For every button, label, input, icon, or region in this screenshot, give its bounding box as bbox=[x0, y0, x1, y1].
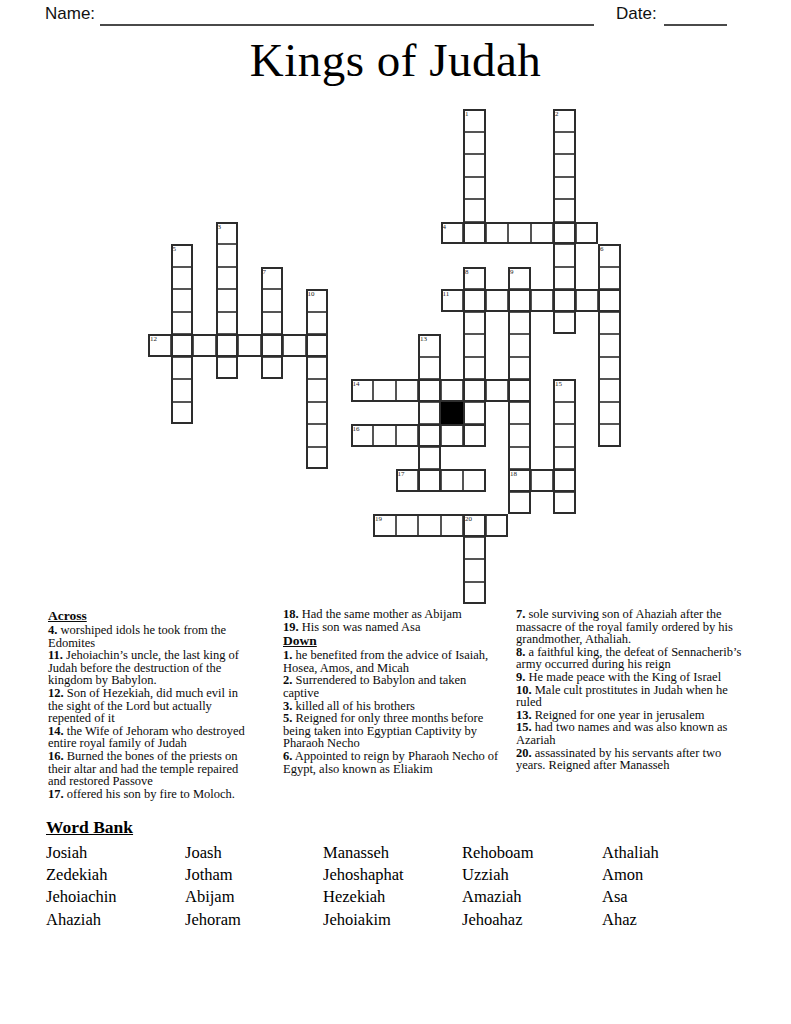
clue-num-label: 19. bbox=[283, 620, 299, 634]
grid-cell[interactable] bbox=[418, 424, 441, 447]
word-bank-item: Jehoahaz bbox=[462, 909, 602, 931]
grid-cell[interactable] bbox=[396, 379, 419, 402]
clue-num-label: 2. bbox=[283, 673, 292, 687]
word-bank-heading: Word Bank bbox=[46, 817, 133, 838]
grid-cell[interactable] bbox=[306, 424, 329, 447]
clue-across-18: 18. Had the same mother as Abijam bbox=[283, 608, 499, 621]
clue-down-9: 9. He made peace with the King of Israel bbox=[516, 671, 746, 684]
grid-cell[interactable] bbox=[441, 379, 464, 402]
clue-num-label: 7. bbox=[516, 607, 525, 621]
clue-column-3: 7. sole surviving son of Ahaziah after t… bbox=[516, 608, 746, 772]
clue-num-label: 5. bbox=[283, 711, 292, 725]
date-label: Date: bbox=[616, 4, 657, 24]
grid-cell[interactable] bbox=[508, 379, 531, 402]
grid-cell[interactable] bbox=[441, 424, 464, 447]
grid-cell[interactable] bbox=[553, 109, 576, 132]
grid-cell[interactable] bbox=[261, 357, 284, 380]
grid-cell[interactable] bbox=[508, 289, 531, 312]
grid-cell[interactable] bbox=[553, 312, 576, 335]
grid-cell[interactable] bbox=[193, 334, 216, 357]
grid-cell[interactable] bbox=[486, 514, 509, 537]
word-bank-item: Asa bbox=[602, 886, 766, 908]
grid-cell[interactable] bbox=[598, 334, 621, 357]
grid-cell[interactable] bbox=[306, 357, 329, 380]
grid-cell[interactable] bbox=[216, 244, 239, 267]
grid-cell[interactable] bbox=[598, 289, 621, 312]
grid-cell[interactable] bbox=[261, 289, 284, 312]
grid-cell[interactable] bbox=[576, 222, 599, 245]
clue-down-7: 7. sole surviving son of Ahaziah after t… bbox=[516, 608, 746, 646]
crossword-grid: 1234567891011121314151617181920 bbox=[148, 109, 621, 605]
grid-cell[interactable] bbox=[553, 379, 576, 402]
grid-cell[interactable] bbox=[418, 334, 441, 357]
grid-cell[interactable] bbox=[531, 222, 554, 245]
grid-cell[interactable] bbox=[216, 222, 239, 245]
clue-across-12: 12. Son of Hezekiah, did much evil in th… bbox=[48, 687, 256, 725]
grid-cell[interactable] bbox=[463, 199, 486, 222]
grid-cell[interactable] bbox=[598, 424, 621, 447]
grid-cell[interactable] bbox=[553, 244, 576, 267]
grid-cell[interactable] bbox=[418, 514, 441, 537]
word-bank-item: Amaziah bbox=[462, 886, 602, 908]
clue-down-10: 10. Male cult prostitutes in Judah when … bbox=[516, 684, 746, 709]
grid-cell[interactable] bbox=[508, 334, 531, 357]
word-bank-item: Jehoram bbox=[185, 909, 323, 931]
grid-cell[interactable] bbox=[171, 334, 194, 357]
grid-cell[interactable] bbox=[441, 289, 464, 312]
grid-cell[interactable] bbox=[598, 379, 621, 402]
grid-cell[interactable] bbox=[306, 402, 329, 425]
grid-cell[interactable] bbox=[418, 469, 441, 492]
grid-cell[interactable] bbox=[463, 357, 486, 380]
clue-num-label: 16. bbox=[48, 749, 64, 763]
grid-cell[interactable] bbox=[216, 267, 239, 290]
grid-cell[interactable] bbox=[351, 424, 374, 447]
grid-cell[interactable] bbox=[508, 357, 531, 380]
clue-across-16: 16. Burned the bones of the priests on t… bbox=[48, 750, 256, 788]
clue-across-14: 14. the Wife of Jehoram who destroyed en… bbox=[48, 725, 256, 750]
grid-cell[interactable] bbox=[553, 199, 576, 222]
grid-cell[interactable] bbox=[373, 514, 396, 537]
clue-down-8: 8. a faithful king, the defeat of Sennac… bbox=[516, 646, 746, 671]
clue-column-2: 18. Had the same mother as Abijam19. His… bbox=[283, 608, 499, 775]
grid-cell[interactable] bbox=[553, 469, 576, 492]
name-field[interactable] bbox=[100, 7, 594, 26]
word-bank-item: Jehoiachin bbox=[46, 886, 185, 908]
grid-cell[interactable] bbox=[598, 402, 621, 425]
grid-cell[interactable] bbox=[531, 469, 554, 492]
grid-cell[interactable] bbox=[306, 379, 329, 402]
grid-cell[interactable] bbox=[463, 154, 486, 177]
word-bank-item: Rehoboam bbox=[462, 842, 602, 864]
grid-cell[interactable] bbox=[441, 469, 464, 492]
grid-cell[interactable] bbox=[553, 492, 576, 515]
grid-cell[interactable] bbox=[508, 492, 531, 515]
clue-down-2: 2. Surrendered to Babylon and taken capt… bbox=[283, 674, 499, 699]
across-heading: Across bbox=[48, 608, 256, 624]
grid-cell[interactable] bbox=[396, 469, 419, 492]
grid-cell[interactable] bbox=[463, 402, 486, 425]
grid-cell[interactable] bbox=[216, 312, 239, 335]
word-bank-item: Josiah bbox=[46, 842, 185, 864]
grid-cell[interactable] bbox=[216, 289, 239, 312]
grid-cell[interactable] bbox=[171, 402, 194, 425]
grid-cell[interactable] bbox=[463, 582, 486, 605]
grid-cell[interactable] bbox=[463, 379, 486, 402]
clue-num-label: 11. bbox=[48, 648, 63, 662]
grid-cell[interactable] bbox=[418, 402, 441, 425]
clue-across-4: 4. worshiped idols he took from the Edom… bbox=[48, 624, 256, 649]
grid-cell[interactable] bbox=[148, 334, 171, 357]
grid-cell[interactable] bbox=[396, 424, 419, 447]
clue-across-19: 19. His son was named Asa bbox=[283, 621, 499, 634]
grid-cell[interactable] bbox=[351, 379, 374, 402]
clue-across-17: 17. offered his son by fire to Moloch. bbox=[48, 788, 256, 801]
clue-num-label: 15. bbox=[516, 720, 532, 734]
grid-cell[interactable] bbox=[418, 447, 441, 470]
word-bank-item: Manasseh bbox=[323, 842, 462, 864]
clue-down-6: 6. Appointed to reign by Pharaoh Necho o… bbox=[283, 750, 499, 775]
grid-cell[interactable] bbox=[553, 289, 576, 312]
grid-cell[interactable] bbox=[553, 267, 576, 290]
word-bank-item: Joash bbox=[185, 842, 323, 864]
grid-cell[interactable] bbox=[441, 222, 464, 245]
grid-cell[interactable] bbox=[463, 537, 486, 560]
date-field[interactable] bbox=[664, 7, 727, 26]
word-bank-item: Jotham bbox=[185, 864, 323, 886]
page-title: Kings of Judah bbox=[0, 33, 791, 87]
grid-cell[interactable] bbox=[508, 312, 531, 335]
word-bank-item: Athaliah bbox=[602, 842, 766, 864]
grid-cell[interactable] bbox=[441, 514, 464, 537]
word-bank-item: Jehoiakim bbox=[323, 909, 462, 931]
grid-cell[interactable] bbox=[508, 447, 531, 470]
grid-cell[interactable] bbox=[553, 132, 576, 155]
clue-num-label: 1. bbox=[283, 648, 292, 662]
clue-num-label: 10. bbox=[516, 683, 532, 697]
clue-down-5: 5. Reigned for only three months before … bbox=[283, 712, 499, 750]
grid-cell[interactable] bbox=[553, 424, 576, 447]
down-heading: Down bbox=[283, 633, 499, 649]
grid-cell[interactable] bbox=[306, 289, 329, 312]
grid-cell[interactable] bbox=[486, 289, 509, 312]
grid-cell[interactable] bbox=[508, 222, 531, 245]
word-bank-item: Ahaziah bbox=[46, 909, 185, 931]
grid-cell[interactable] bbox=[463, 559, 486, 582]
clue-column-1: Across4. worshiped idols he took from th… bbox=[48, 608, 256, 800]
clue-down-20: 20. assassinated by his servants after t… bbox=[516, 747, 746, 772]
word-bank-item: Amon bbox=[602, 864, 766, 886]
clue-num-label: 20. bbox=[516, 746, 532, 760]
grid-cell[interactable] bbox=[531, 289, 554, 312]
grid-cell[interactable] bbox=[598, 244, 621, 267]
grid-cell[interactable] bbox=[598, 357, 621, 380]
grid-cell[interactable] bbox=[463, 222, 486, 245]
grid-cell[interactable] bbox=[508, 402, 531, 425]
grid-cell[interactable] bbox=[171, 379, 194, 402]
grid-cell[interactable] bbox=[171, 267, 194, 290]
grid-cell[interactable] bbox=[261, 312, 284, 335]
grid-cell[interactable] bbox=[553, 177, 576, 200]
grid-cell[interactable] bbox=[463, 132, 486, 155]
grid-cell[interactable] bbox=[508, 267, 531, 290]
grid-cell[interactable] bbox=[463, 334, 486, 357]
grid-cell[interactable] bbox=[171, 357, 194, 380]
grid-cell[interactable] bbox=[306, 312, 329, 335]
grid-cell[interactable] bbox=[463, 424, 486, 447]
grid-cell[interactable] bbox=[463, 289, 486, 312]
grid-cell[interactable] bbox=[553, 154, 576, 177]
grid-cell[interactable] bbox=[553, 402, 576, 425]
grid-cell[interactable] bbox=[463, 312, 486, 335]
grid-cell[interactable] bbox=[216, 357, 239, 380]
grid-cell[interactable] bbox=[553, 447, 576, 470]
grid-cell[interactable] bbox=[373, 379, 396, 402]
word-bank-item: Hezekiah bbox=[323, 886, 462, 908]
name-label: Name: bbox=[45, 4, 95, 24]
grid-cell[interactable] bbox=[508, 424, 531, 447]
grid-cell[interactable] bbox=[486, 222, 509, 245]
grid-cell[interactable] bbox=[261, 267, 284, 290]
grid-cell[interactable] bbox=[306, 447, 329, 470]
grid-cell[interactable] bbox=[463, 177, 486, 200]
black-cell bbox=[441, 402, 464, 425]
word-bank-item: Zedekiah bbox=[46, 864, 185, 886]
grid-cell[interactable] bbox=[216, 334, 239, 357]
grid-cell[interactable] bbox=[576, 289, 599, 312]
clue-num-label: 12. bbox=[48, 686, 64, 700]
clue-num-label: 8. bbox=[516, 645, 525, 659]
grid-cell[interactable] bbox=[508, 469, 531, 492]
word-bank-item: Uzziah bbox=[462, 864, 602, 886]
grid-cell[interactable] bbox=[283, 334, 306, 357]
grid-cell[interactable] bbox=[463, 109, 486, 132]
grid-cell[interactable] bbox=[463, 469, 486, 492]
grid-cell[interactable] bbox=[598, 312, 621, 335]
grid-cell[interactable] bbox=[396, 514, 419, 537]
grid-cell[interactable] bbox=[418, 357, 441, 380]
grid-cell[interactable] bbox=[463, 267, 486, 290]
word-bank-item: Jehoshaphat bbox=[323, 864, 462, 886]
grid-cell[interactable] bbox=[306, 334, 329, 357]
grid-cell[interactable] bbox=[598, 267, 621, 290]
word-bank-item: Ahaz bbox=[602, 909, 766, 931]
clue-down-1: 1. he benefited from the advice of Isaia… bbox=[283, 649, 499, 674]
grid-cell[interactable] bbox=[553, 222, 576, 245]
grid-cell[interactable] bbox=[171, 244, 194, 267]
clue-num-label: 6. bbox=[283, 749, 292, 763]
clue-down-15: 15. had two names and was also known as … bbox=[516, 721, 746, 746]
grid-cell[interactable] bbox=[238, 334, 261, 357]
grid-cell[interactable] bbox=[486, 379, 509, 402]
worksheet-page: Name: Date: Kings of Judah 1234567891011… bbox=[0, 0, 791, 1024]
grid-cell[interactable] bbox=[171, 289, 194, 312]
clue-num-label: 4. bbox=[48, 623, 57, 637]
clue-across-11: 11. Jehoiachin’s uncle, the last king of… bbox=[48, 649, 256, 687]
clue-num-label: 17. bbox=[48, 787, 64, 801]
grid-cell[interactable] bbox=[261, 334, 284, 357]
word-bank-item: Abijam bbox=[185, 886, 323, 908]
grid-cell[interactable] bbox=[373, 424, 396, 447]
grid-cell[interactable] bbox=[418, 379, 441, 402]
clue-num-label: 14. bbox=[48, 724, 64, 738]
grid-cell[interactable] bbox=[171, 312, 194, 335]
grid-cell[interactable] bbox=[463, 514, 486, 537]
word-bank-list: JosiahJoashManassehRehoboamAthaliahZedek… bbox=[46, 842, 766, 931]
